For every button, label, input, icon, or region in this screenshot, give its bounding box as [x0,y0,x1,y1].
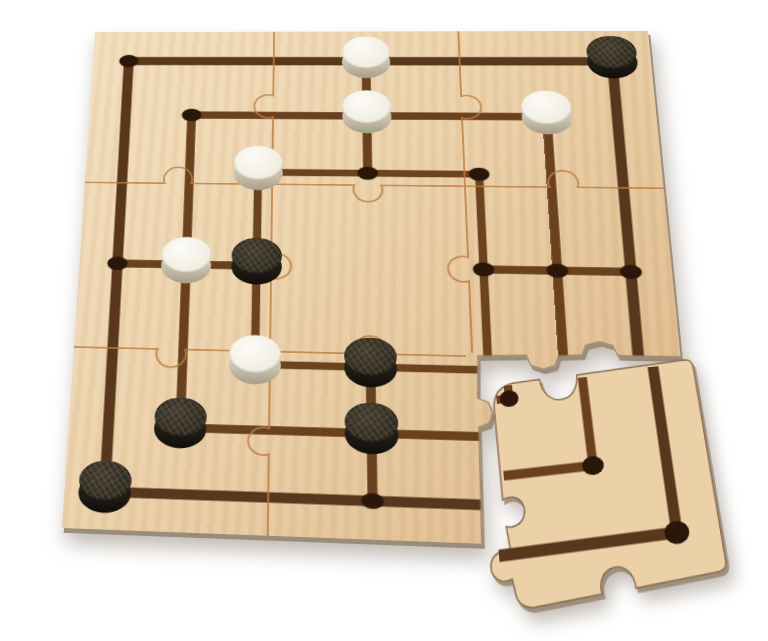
white-man-top [229,334,281,373]
empty-point-dot-f4 [546,264,568,278]
black-man-d2[interactable] [344,402,398,455]
white-man-b4[interactable] [160,237,212,284]
black-man-d3[interactable] [344,337,397,388]
point-b6[interactable] [161,91,222,140]
point-b4[interactable] [153,204,219,328]
empty-point-dot-a7 [119,55,138,67]
empty-point-dot-d5 [358,167,378,180]
empty-point-dot-e5 [469,168,490,181]
point-a1[interactable] [62,453,147,531]
point-c3[interactable] [213,328,296,402]
point-c5[interactable] [219,140,298,206]
empty-point-dot-g4 [620,265,643,279]
point-d2[interactable] [295,402,449,466]
point-d1[interactable] [295,461,452,543]
white-man-d7[interactable] [342,36,391,78]
white-man-top [233,146,283,180]
empty-point-dot-a4 [107,257,128,271]
white-man-c5[interactable] [233,146,283,191]
white-man-top [342,90,391,123]
point-a7[interactable] [91,32,166,91]
point-g7[interactable] [571,31,654,92]
black-man-c4[interactable] [231,238,282,285]
point-d6[interactable] [297,91,438,141]
empty-point-dot-e4 [473,262,495,276]
black-man-b2[interactable] [153,397,207,449]
white-man-top [342,36,391,68]
white-man-f6[interactable] [520,91,573,135]
point-d5[interactable] [297,140,441,207]
white-man-c3[interactable] [229,334,282,384]
point-b2[interactable] [147,398,213,458]
point-f4[interactable] [521,208,595,336]
detached-jigsaw-piece[interactable] [492,366,724,600]
black-man-g7[interactable] [585,36,639,79]
point-f6[interactable] [514,92,580,142]
empty-point-dot-b6 [182,109,202,121]
black-man-a1[interactable] [77,460,132,514]
black-man-top [231,238,282,274]
point-d3[interactable] [296,329,448,406]
empty-point-dot-d1 [361,493,383,509]
point-e4[interactable] [440,207,528,334]
point-e5[interactable] [438,141,521,208]
point-d7[interactable] [297,31,436,91]
point-a4[interactable] [76,203,159,326]
photo-scene [0,0,768,641]
detached-piece-art [464,340,754,633]
white-man-d6[interactable] [342,90,392,133]
point-c4[interactable] [215,205,297,330]
point-g4[interactable] [585,209,678,338]
